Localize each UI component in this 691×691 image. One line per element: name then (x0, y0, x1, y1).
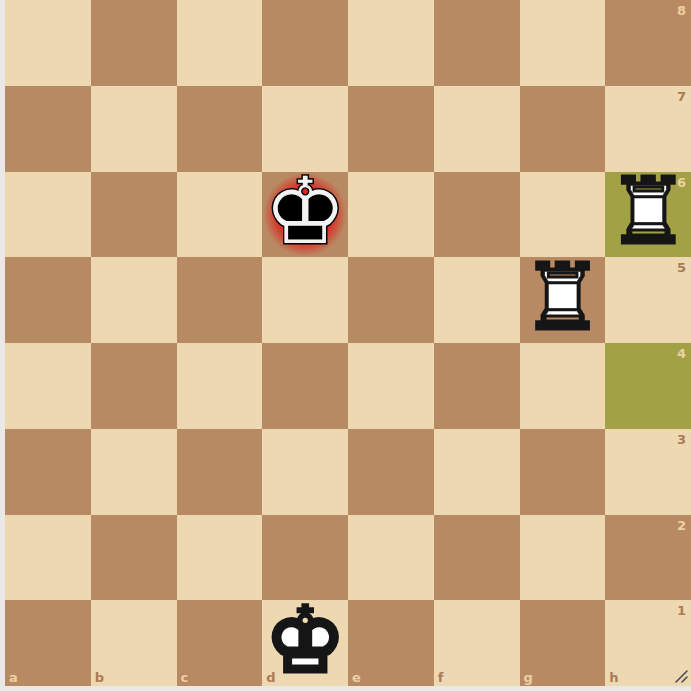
file-label-h: h (609, 670, 618, 685)
white-rook[interactable]: ♜♖ (520, 257, 606, 343)
square-c7[interactable] (177, 86, 263, 172)
square-b3[interactable] (91, 429, 177, 515)
square-d8[interactable] (262, 0, 348, 86)
square-f2[interactable] (434, 515, 520, 601)
file-label-a: a (9, 670, 18, 685)
black-king[interactable]: ♚♔ (262, 172, 348, 258)
white-rook[interactable]: ♜♖ (605, 172, 691, 258)
square-h3[interactable]: 3 (605, 429, 691, 515)
rank-label-1: 1 (677, 603, 686, 618)
square-b4[interactable] (91, 343, 177, 429)
rank-label-8: 8 (677, 3, 686, 18)
square-g4[interactable] (520, 343, 606, 429)
square-h8[interactable]: 8 (605, 0, 691, 86)
square-a4[interactable] (5, 343, 91, 429)
square-h2[interactable]: 2 (605, 515, 691, 601)
square-a1[interactable]: a (5, 600, 91, 686)
square-b1[interactable]: b (91, 600, 177, 686)
square-d1[interactable]: d♚♔ (262, 600, 348, 686)
square-e2[interactable] (348, 515, 434, 601)
square-e4[interactable] (348, 343, 434, 429)
square-c1[interactable]: c (177, 600, 263, 686)
square-c2[interactable] (177, 515, 263, 601)
square-e1[interactable]: e (348, 600, 434, 686)
square-f5[interactable] (434, 257, 520, 343)
square-a5[interactable] (5, 257, 91, 343)
white-rook-outline: ♖ (607, 167, 689, 259)
square-c4[interactable] (177, 343, 263, 429)
rank-label-2: 2 (677, 518, 686, 533)
resize-handle[interactable] (673, 668, 689, 684)
square-f7[interactable] (434, 86, 520, 172)
square-c8[interactable] (177, 0, 263, 86)
white-king[interactable]: ♚♔ (262, 600, 348, 686)
square-d4[interactable] (262, 343, 348, 429)
square-d5[interactable] (262, 257, 348, 343)
square-a3[interactable] (5, 429, 91, 515)
chess-board: 87♚♔6♜♖♜♖5432abcd♚♔efg1h (5, 0, 691, 686)
square-a7[interactable] (5, 86, 91, 172)
square-g8[interactable] (520, 0, 606, 86)
page-background: { "game": "chess", "position": { "fen": … (0, 0, 691, 691)
square-f6[interactable] (434, 172, 520, 258)
square-g3[interactable] (520, 429, 606, 515)
square-b5[interactable] (91, 257, 177, 343)
square-e7[interactable] (348, 86, 434, 172)
square-e5[interactable] (348, 257, 434, 343)
rank-label-5: 5 (677, 260, 686, 275)
square-e6[interactable] (348, 172, 434, 258)
white-king-outline: ♔ (264, 595, 346, 687)
square-e3[interactable] (348, 429, 434, 515)
file-label-f: f (438, 670, 444, 685)
square-c5[interactable] (177, 257, 263, 343)
square-e8[interactable] (348, 0, 434, 86)
file-label-c: c (181, 670, 189, 685)
rank-label-4: 4 (677, 346, 686, 361)
square-f3[interactable] (434, 429, 520, 515)
square-g2[interactable] (520, 515, 606, 601)
rank-label-3: 3 (677, 432, 686, 447)
square-h6[interactable]: 6♜♖ (605, 172, 691, 258)
file-label-b: b (95, 670, 104, 685)
square-b8[interactable] (91, 0, 177, 86)
square-f1[interactable]: f (434, 600, 520, 686)
square-g5[interactable]: ♜♖ (520, 257, 606, 343)
square-b2[interactable] (91, 515, 177, 601)
black-king-outline: ♔ (264, 167, 346, 259)
file-label-e: e (352, 670, 361, 685)
square-g7[interactable] (520, 86, 606, 172)
square-c6[interactable] (177, 172, 263, 258)
square-a2[interactable] (5, 515, 91, 601)
square-d3[interactable] (262, 429, 348, 515)
square-b6[interactable] (91, 172, 177, 258)
rank-label-7: 7 (677, 89, 686, 104)
square-b7[interactable] (91, 86, 177, 172)
square-c3[interactable] (177, 429, 263, 515)
resize-grip-icon (673, 668, 689, 684)
square-a8[interactable] (5, 0, 91, 86)
square-d6[interactable]: ♚♔ (262, 172, 348, 258)
square-f4[interactable] (434, 343, 520, 429)
square-a6[interactable] (5, 172, 91, 258)
file-label-g: g (524, 670, 533, 685)
square-h4[interactable]: 4 (605, 343, 691, 429)
square-g1[interactable]: g (520, 600, 606, 686)
square-f8[interactable] (434, 0, 520, 86)
square-h5[interactable]: 5 (605, 257, 691, 343)
white-rook-outline: ♖ (521, 252, 603, 344)
